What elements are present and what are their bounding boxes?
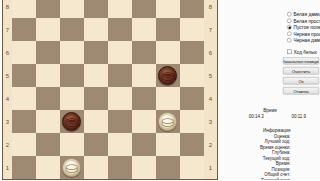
square-f7[interactable] — [132, 18, 156, 41]
app-window: 87654321 ⛂⛂⛀⛀ 87654321 Белая дамкаБелая … — [0, 0, 320, 180]
square-a3[interactable] — [12, 110, 36, 133]
rank-label-5: 5 — [204, 64, 217, 87]
square-b5[interactable] — [36, 64, 60, 87]
rank-label-2: 2 — [204, 133, 217, 156]
radio-label: Белая дамка — [294, 12, 320, 18]
square-a6[interactable] — [12, 41, 36, 64]
square-d3[interactable] — [84, 110, 108, 133]
square-e3[interactable] — [108, 110, 132, 133]
square-d5[interactable] — [84, 64, 108, 87]
square-b1[interactable] — [36, 156, 60, 179]
info-row-8: Текущий счет: — [219, 178, 291, 181]
square-b4[interactable] — [36, 87, 60, 110]
radio-icon[interactable] — [287, 19, 292, 24]
square-b2[interactable] — [36, 133, 60, 156]
rank-label-8: 8 — [204, 0, 217, 18]
square-g8[interactable] — [156, 0, 180, 18]
square-e6[interactable] — [108, 41, 132, 64]
initial-position-button[interactable]: Начальная позиция — [283, 57, 319, 65]
square-d2[interactable] — [84, 133, 108, 156]
white-man-piece-g3[interactable]: ⛀ — [158, 112, 177, 131]
square-a1[interactable] — [12, 156, 36, 179]
radio-icon[interactable] — [287, 38, 292, 43]
board-grid: ⛂⛂⛀⛀ — [12, 0, 204, 179]
side-panel: Белая дамкаБелая простаяПустое полеЧерна… — [219, 0, 320, 180]
rank-label-2: 2 — [3, 133, 12, 156]
square-g1[interactable] — [156, 156, 180, 179]
rank-label-3: 3 — [204, 110, 217, 133]
rank-label-7: 7 — [204, 18, 217, 41]
clock-panel: Время 00:14.3 00:11.9 — [219, 108, 320, 119]
square-d4[interactable] — [84, 87, 108, 110]
square-h2[interactable] — [180, 133, 204, 156]
square-b8[interactable] — [36, 0, 60, 18]
piece-type-selector: Белая дамкаБелая простаяПустое полеЧерна… — [287, 11, 320, 55]
square-f5[interactable] — [132, 64, 156, 87]
radio-label: Черная простая — [294, 31, 320, 37]
rank-labels-left: 87654321 — [3, 0, 12, 179]
square-e5[interactable] — [108, 64, 132, 87]
square-a5[interactable] — [12, 64, 36, 87]
square-h4[interactable] — [180, 87, 204, 110]
info-panel: Информация Оценка:Лучший ход:Время оценк… — [219, 128, 291, 180]
square-b3[interactable] — [36, 110, 60, 133]
square-g7[interactable] — [156, 18, 180, 41]
radio-icon[interactable] — [287, 12, 292, 17]
square-g6[interactable] — [156, 41, 180, 64]
square-g5[interactable]: ⛂ — [156, 64, 180, 87]
square-a8[interactable] — [12, 0, 36, 18]
radio-icon[interactable] — [287, 25, 292, 30]
white-to-move-checkbox[interactable]: Ход белых — [287, 49, 320, 56]
square-g2[interactable] — [156, 133, 180, 156]
rank-label-1: 1 — [3, 156, 12, 179]
square-c7[interactable] — [60, 18, 84, 41]
rank-label-4: 4 — [204, 87, 217, 110]
square-f3[interactable] — [132, 110, 156, 133]
square-e8[interactable] — [108, 0, 132, 18]
radio-icon[interactable] — [287, 32, 292, 37]
rank-label-7: 7 — [3, 18, 12, 41]
rank-label-4: 4 — [3, 87, 12, 110]
square-g3[interactable]: ⛀ — [156, 110, 180, 133]
square-g4[interactable] — [156, 87, 180, 110]
square-e2[interactable] — [108, 133, 132, 156]
square-f4[interactable] — [132, 87, 156, 110]
square-e7[interactable] — [108, 18, 132, 41]
square-a2[interactable] — [12, 133, 36, 156]
square-h7[interactable] — [180, 18, 204, 41]
square-d1[interactable] — [84, 156, 108, 179]
dialog-buttons: Начальная позицияОчиститьОкОтмена — [283, 57, 319, 97]
square-c6[interactable] — [60, 41, 84, 64]
square-c3[interactable]: ⛂ — [60, 110, 84, 133]
cancel-button[interactable]: Отмена — [283, 87, 319, 95]
radio-label: Белая простая — [294, 18, 320, 24]
square-e4[interactable] — [108, 87, 132, 110]
radio-piece-option-4[interactable]: Черная дамка — [287, 37, 320, 44]
square-c2[interactable] — [60, 133, 84, 156]
black-clock: 00:11.9 — [278, 114, 320, 119]
ok-button[interactable]: Ок — [283, 77, 319, 85]
checkbox-icon[interactable] — [287, 50, 292, 55]
square-h6[interactable] — [180, 41, 204, 64]
square-c5[interactable] — [60, 64, 84, 87]
square-e1[interactable] — [108, 156, 132, 179]
black-man-piece-g5[interactable]: ⛂ — [158, 66, 177, 85]
white-man-piece-c1[interactable]: ⛀ — [62, 158, 81, 177]
square-a7[interactable] — [12, 18, 36, 41]
rank-label-3: 3 — [3, 110, 12, 133]
rank-label-1: 1 — [204, 156, 217, 179]
black-man-piece-c3[interactable]: ⛂ — [62, 112, 81, 131]
square-c1[interactable]: ⛀ — [60, 156, 84, 179]
square-h3[interactable] — [180, 110, 204, 133]
square-d7[interactable] — [84, 18, 108, 41]
square-f1[interactable] — [132, 156, 156, 179]
square-f8[interactable] — [132, 0, 156, 18]
square-d8[interactable] — [84, 0, 108, 18]
square-a4[interactable] — [12, 87, 36, 110]
square-h1[interactable] — [180, 156, 204, 179]
square-f6[interactable] — [132, 41, 156, 64]
square-b6[interactable] — [36, 41, 60, 64]
white-clock: 00:14.3 — [235, 114, 278, 119]
rank-label-6: 6 — [3, 41, 12, 64]
square-h5[interactable] — [180, 64, 204, 87]
radio-label: Черная дамка — [294, 38, 320, 44]
square-b7[interactable] — [36, 18, 60, 41]
radio-label: Пустое поле — [294, 25, 320, 31]
rank-label-8: 8 — [3, 0, 12, 18]
square-d6[interactable] — [84, 41, 108, 64]
square-h8[interactable] — [180, 0, 204, 18]
square-c4[interactable] — [60, 87, 84, 110]
rank-labels-right: 87654321 — [204, 0, 217, 179]
checkers-board: 87654321 ⛂⛂⛀⛀ 87654321 — [2, 0, 218, 180]
rank-label-6: 6 — [204, 41, 217, 64]
square-f2[interactable] — [132, 133, 156, 156]
clear-button[interactable]: Очистить — [283, 67, 319, 75]
checkbox-label: Ход белых — [294, 49, 317, 55]
rank-label-5: 5 — [3, 64, 12, 87]
square-c8[interactable] — [60, 0, 84, 18]
